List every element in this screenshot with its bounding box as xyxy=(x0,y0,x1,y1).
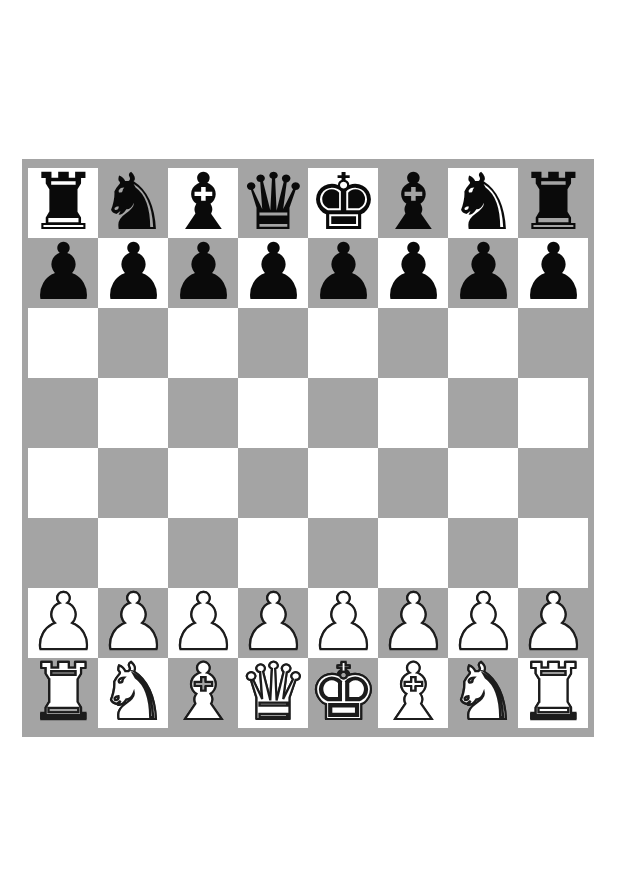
white-bishop: ♝ xyxy=(168,653,238,731)
white-knight: ♞ xyxy=(448,653,518,731)
black-pawn: ♟ xyxy=(448,233,518,311)
square-f4[interactable] xyxy=(378,448,448,518)
square-h4[interactable] xyxy=(518,448,588,518)
square-d7[interactable]: ♟ xyxy=(238,238,308,308)
square-c7[interactable]: ♟ xyxy=(168,238,238,308)
chess-board-frame: ♜♞♝♛♚♝♞♜♟♟♟♟♟♟♟♟♟♟♟♟♟♟♟♟♜♞♝♛♚♝♞♜ xyxy=(22,159,594,737)
square-f5[interactable] xyxy=(378,378,448,448)
square-a1[interactable]: ♜ xyxy=(28,658,98,728)
black-pawn: ♟ xyxy=(308,233,378,311)
square-g1[interactable]: ♞ xyxy=(448,658,518,728)
black-pawn: ♟ xyxy=(168,233,238,311)
square-g6[interactable] xyxy=(448,308,518,378)
white-queen: ♛ xyxy=(238,653,308,731)
square-c6[interactable] xyxy=(168,308,238,378)
square-d5[interactable] xyxy=(238,378,308,448)
square-a6[interactable] xyxy=(28,308,98,378)
black-pawn: ♟ xyxy=(518,233,588,311)
white-knight: ♞ xyxy=(98,653,168,731)
square-f6[interactable] xyxy=(378,308,448,378)
square-f1[interactable]: ♝ xyxy=(378,658,448,728)
black-pawn: ♟ xyxy=(28,233,98,311)
square-h5[interactable] xyxy=(518,378,588,448)
square-g7[interactable]: ♟ xyxy=(448,238,518,308)
square-d6[interactable] xyxy=(238,308,308,378)
square-g5[interactable] xyxy=(448,378,518,448)
page: ♜♞♝♛♚♝♞♜♟♟♟♟♟♟♟♟♟♟♟♟♟♟♟♟♜♞♝♛♚♝♞♜ xyxy=(0,0,620,875)
white-rook: ♜ xyxy=(518,653,588,731)
square-b1[interactable]: ♞ xyxy=(98,658,168,728)
square-f7[interactable]: ♟ xyxy=(378,238,448,308)
square-e6[interactable] xyxy=(308,308,378,378)
square-c5[interactable] xyxy=(168,378,238,448)
square-e5[interactable] xyxy=(308,378,378,448)
chess-board: ♜♞♝♛♚♝♞♜♟♟♟♟♟♟♟♟♟♟♟♟♟♟♟♟♜♞♝♛♚♝♞♜ xyxy=(28,168,588,728)
square-b4[interactable] xyxy=(98,448,168,518)
white-king: ♚ xyxy=(308,653,378,731)
black-pawn: ♟ xyxy=(238,233,308,311)
black-pawn: ♟ xyxy=(378,233,448,311)
square-d4[interactable] xyxy=(238,448,308,518)
square-a4[interactable] xyxy=(28,448,98,518)
square-h6[interactable] xyxy=(518,308,588,378)
square-a7[interactable]: ♟ xyxy=(28,238,98,308)
white-rook: ♜ xyxy=(28,653,98,731)
square-e4[interactable] xyxy=(308,448,378,518)
square-h7[interactable]: ♟ xyxy=(518,238,588,308)
square-c4[interactable] xyxy=(168,448,238,518)
square-e1[interactable]: ♚ xyxy=(308,658,378,728)
square-g4[interactable] xyxy=(448,448,518,518)
square-b5[interactable] xyxy=(98,378,168,448)
square-a5[interactable] xyxy=(28,378,98,448)
square-e7[interactable]: ♟ xyxy=(308,238,378,308)
black-pawn: ♟ xyxy=(98,233,168,311)
square-b7[interactable]: ♟ xyxy=(98,238,168,308)
square-b6[interactable] xyxy=(98,308,168,378)
square-h1[interactable]: ♜ xyxy=(518,658,588,728)
white-bishop: ♝ xyxy=(378,653,448,731)
square-c1[interactable]: ♝ xyxy=(168,658,238,728)
square-d1[interactable]: ♛ xyxy=(238,658,308,728)
